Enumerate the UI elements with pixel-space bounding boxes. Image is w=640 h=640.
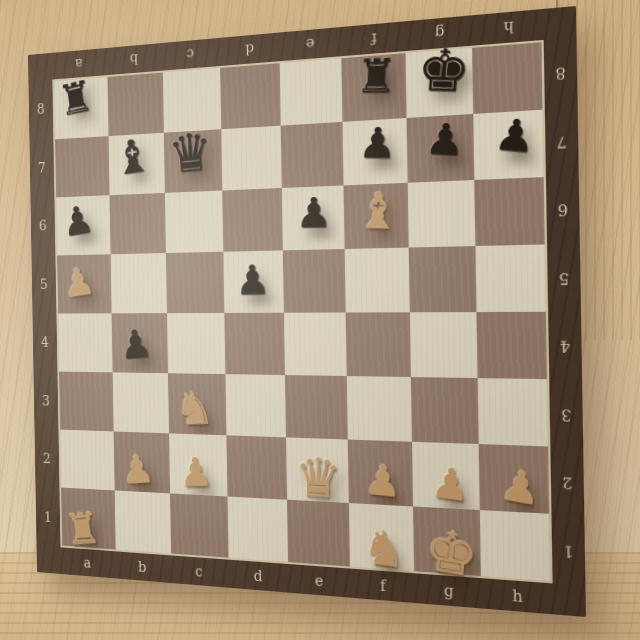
square-h3[interactable] — [478, 378, 548, 446]
white-knight-c3[interactable]: ♞ — [164, 377, 226, 440]
rank-label-right-6: 6 — [548, 175, 577, 244]
square-f6[interactable]: ♝ — [344, 183, 409, 249]
square-d5[interactable]: ♟ — [223, 250, 284, 313]
square-g4[interactable] — [410, 312, 478, 378]
square-d7[interactable] — [221, 126, 282, 191]
square-g1[interactable]: ♚ — [413, 506, 481, 576]
black-pawn-b4[interactable]: ♟ — [105, 312, 166, 377]
square-e3[interactable] — [285, 375, 348, 439]
square-e2[interactable]: ♛ — [286, 437, 349, 503]
white-king-g1[interactable]: ♚ — [416, 516, 488, 591]
square-a8[interactable]: ♜ — [54, 77, 108, 139]
square-c2[interactable]: ♟ — [169, 433, 227, 496]
square-f5[interactable] — [345, 248, 410, 313]
square-d4[interactable] — [224, 313, 285, 375]
square-g2[interactable]: ♟ — [412, 442, 480, 510]
square-c7[interactable]: ♛ — [164, 129, 222, 193]
rank-label-right-3: 3 — [552, 380, 581, 449]
file-label-bottom-d: d — [228, 562, 288, 591]
file-label-bottom-e: e — [288, 566, 351, 596]
black-queen-c7[interactable]: ♛ — [160, 120, 222, 187]
square-b1[interactable] — [115, 490, 171, 553]
square-f7[interactable]: ♟ — [342, 118, 407, 185]
board-grid: ♜♜♚♝♛♟♟♟♟♟♝♟♟♟♞♟♟♛♟♟♟♜♞♚ — [54, 42, 550, 581]
square-d6[interactable] — [222, 188, 283, 252]
white-bishop-f6[interactable]: ♝ — [345, 178, 412, 244]
black-pawn-g7[interactable]: ♟ — [409, 106, 481, 174]
playing-area: ♜♜♚♝♛♟♟♟♟♟♝♟♟♟♞♟♟♛♟♟♟♜♞♚ — [52, 40, 552, 584]
square-b6[interactable] — [110, 193, 166, 254]
rank-label-right-5: 5 — [549, 243, 578, 312]
black-pawn-f7[interactable]: ♟ — [344, 111, 411, 176]
white-knight-f1[interactable]: ♞ — [351, 513, 418, 585]
chess-board: abcdefgh abcdefgh 87654321 87654321 ♜♜♚♝… — [28, 6, 586, 617]
square-f1[interactable]: ♞ — [349, 503, 414, 571]
rank-label-left-7: 7 — [31, 138, 52, 197]
square-c4[interactable] — [167, 313, 225, 374]
file-label-top-h: h — [473, 11, 543, 43]
file-label-top-e: e — [279, 29, 342, 59]
file-label-top-c: c — [161, 40, 219, 69]
square-b2[interactable]: ♟ — [114, 431, 170, 493]
file-label-bottom-c: c — [170, 557, 228, 585]
square-h6[interactable] — [474, 177, 544, 246]
square-c3[interactable]: ♞ — [168, 373, 226, 435]
black-rook-a8[interactable]: ♜ — [45, 63, 106, 132]
square-b3[interactable] — [113, 372, 169, 433]
square-g3[interactable] — [411, 377, 479, 444]
rank-label-left-3: 3 — [35, 372, 57, 431]
square-a7[interactable] — [55, 136, 109, 197]
square-h2[interactable]: ♟ — [479, 444, 549, 514]
square-h5[interactable] — [475, 244, 545, 312]
square-f4[interactable] — [346, 312, 411, 377]
white-rook-a1[interactable]: ♜ — [53, 497, 114, 560]
square-a1[interactable]: ♜ — [61, 488, 116, 550]
rank-label-left-2: 2 — [36, 430, 58, 489]
square-b5[interactable] — [111, 253, 167, 313]
square-e8[interactable] — [280, 58, 343, 125]
black-king-g8[interactable]: ♚ — [408, 37, 480, 104]
square-h1[interactable] — [480, 510, 550, 581]
square-a4[interactable] — [58, 313, 112, 372]
rank-label-right-1: 1 — [554, 516, 583, 586]
rank-label-right-2: 2 — [553, 448, 582, 517]
square-c6[interactable] — [165, 190, 223, 253]
square-a2[interactable] — [60, 430, 115, 491]
square-d2[interactable] — [226, 435, 287, 499]
file-label-bottom-b: b — [114, 553, 170, 581]
square-e1[interactable] — [287, 500, 350, 567]
rank-label-left-4: 4 — [34, 314, 56, 372]
file-label-top-d: d — [219, 35, 279, 64]
square-a5[interactable]: ♟ — [57, 254, 111, 313]
square-b4[interactable]: ♟ — [112, 313, 168, 373]
square-b7[interactable]: ♝ — [109, 133, 165, 195]
square-a3[interactable] — [59, 372, 113, 432]
square-e6[interactable]: ♟ — [282, 185, 345, 250]
rank-label-right-8: 8 — [546, 37, 575, 107]
square-d1[interactable] — [227, 496, 288, 561]
black-pawn-a6[interactable]: ♟ — [48, 187, 109, 254]
square-d8[interactable] — [220, 63, 281, 129]
white-pawn-a5[interactable]: ♟ — [49, 249, 110, 316]
square-c5[interactable] — [166, 252, 224, 313]
square-g7[interactable]: ♟ — [407, 114, 475, 183]
square-g5[interactable] — [409, 246, 477, 312]
square-a6[interactable]: ♟ — [56, 195, 110, 255]
black-pawn-e6[interactable]: ♟ — [283, 181, 345, 245]
square-f3[interactable] — [347, 376, 412, 442]
file-label-top-b: b — [106, 45, 162, 73]
square-c1[interactable] — [170, 493, 228, 557]
black-pawn-d5[interactable]: ♟ — [222, 248, 284, 312]
square-e4[interactable] — [284, 313, 347, 377]
square-h4[interactable] — [476, 312, 546, 379]
square-h7[interactable]: ♟ — [473, 110, 543, 180]
square-g6[interactable] — [408, 180, 476, 248]
photo-scene: abcdefgh abcdefgh 87654321 87654321 ♜♜♚♝… — [0, 0, 640, 640]
square-e5[interactable] — [283, 249, 346, 313]
black-bishop-b7[interactable]: ♝ — [102, 122, 163, 190]
black-rook-f8[interactable]: ♜ — [343, 43, 410, 108]
square-f2[interactable]: ♟ — [348, 440, 413, 507]
square-d3[interactable] — [225, 374, 286, 437]
rank-label-right-4: 4 — [550, 312, 579, 381]
black-pawn-h7[interactable]: ♟ — [477, 100, 555, 172]
square-e7[interactable] — [281, 122, 344, 188]
